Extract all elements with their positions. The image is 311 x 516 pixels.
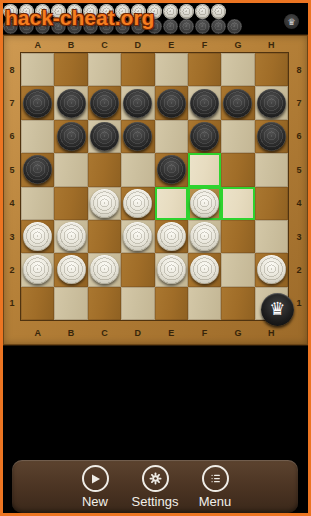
file-label: B xyxy=(54,326,87,340)
square-C3[interactable] xyxy=(88,220,121,253)
square-F8[interactable] xyxy=(188,53,221,86)
square-C6[interactable] xyxy=(88,120,121,153)
square-D7[interactable] xyxy=(121,86,154,119)
square-A8[interactable] xyxy=(21,53,54,86)
checkers-app-screen: ♛ hack-cheat.org ABCDEFGH ABCDEFGH 87654… xyxy=(0,0,311,516)
square-D8[interactable] xyxy=(121,53,154,86)
rank-label: 1 xyxy=(3,287,21,320)
file-label: A xyxy=(21,326,54,340)
square-B1[interactable] xyxy=(54,287,87,320)
square-F4[interactable] xyxy=(188,187,221,220)
rank-label: 4 xyxy=(3,187,21,220)
rank-label: 6 xyxy=(3,120,21,153)
file-label: C xyxy=(88,38,121,52)
square-A3[interactable] xyxy=(21,220,54,253)
white-man-F4[interactable] xyxy=(190,189,219,218)
square-G6[interactable] xyxy=(221,120,254,153)
file-label: F xyxy=(188,326,221,340)
white-man-D3[interactable] xyxy=(123,222,152,251)
square-D4[interactable] xyxy=(121,187,154,220)
black-man-H6[interactable] xyxy=(257,122,286,151)
file-labels-top: ABCDEFGH xyxy=(21,38,288,52)
black-man-E5[interactable] xyxy=(157,155,186,184)
file-label: E xyxy=(155,38,188,52)
square-H4[interactable] xyxy=(255,187,288,220)
black-man-C6[interactable] xyxy=(90,122,119,151)
black-man-F7[interactable] xyxy=(190,89,219,118)
square-E6[interactable] xyxy=(155,120,188,153)
rank-label: 7 xyxy=(290,86,308,119)
file-label: C xyxy=(88,326,121,340)
square-H7[interactable] xyxy=(255,86,288,119)
file-label: D xyxy=(121,326,154,340)
crown-icon: ♛ xyxy=(287,17,295,27)
white-man-F3[interactable] xyxy=(190,222,219,251)
rank-label: 5 xyxy=(3,153,21,186)
square-F5[interactable] xyxy=(188,153,221,186)
tray-piece-white xyxy=(211,4,226,19)
settings-button[interactable]: Settings xyxy=(125,460,185,513)
square-B2[interactable] xyxy=(54,253,87,286)
white-man-A2[interactable] xyxy=(23,255,52,284)
file-label: H xyxy=(255,38,288,52)
bottom-toolbar: New xyxy=(12,460,298,513)
black-king-H1[interactable]: ♛ xyxy=(261,293,294,326)
file-label: A xyxy=(21,38,54,52)
tray-piece-white xyxy=(163,4,178,19)
square-D6[interactable] xyxy=(121,120,154,153)
tray-piece-black xyxy=(211,19,226,34)
square-F7[interactable] xyxy=(188,86,221,119)
play-icon xyxy=(82,465,109,492)
square-E2[interactable] xyxy=(155,253,188,286)
menu-button-label: Menu xyxy=(199,494,232,509)
rank-label: 3 xyxy=(290,220,308,253)
tray-piece-black xyxy=(195,19,210,34)
square-B7[interactable] xyxy=(54,86,87,119)
white-man-B2[interactable] xyxy=(57,255,86,284)
square-H3[interactable] xyxy=(255,220,288,253)
file-label: G xyxy=(221,326,254,340)
white-man-F2[interactable] xyxy=(190,255,219,284)
white-man-E2[interactable] xyxy=(157,255,186,284)
square-C2[interactable] xyxy=(88,253,121,286)
square-B6[interactable] xyxy=(54,120,87,153)
white-man-C2[interactable] xyxy=(90,255,119,284)
square-D5[interactable] xyxy=(121,153,154,186)
board-grid: ♛ xyxy=(21,53,288,320)
black-man-H7[interactable] xyxy=(257,89,286,118)
white-man-E3[interactable] xyxy=(157,222,186,251)
square-C5[interactable] xyxy=(88,153,121,186)
square-H2[interactable] xyxy=(255,253,288,286)
square-G2[interactable] xyxy=(221,253,254,286)
square-G4[interactable] xyxy=(221,187,254,220)
black-man-D6[interactable] xyxy=(123,122,152,151)
square-D3[interactable] xyxy=(121,220,154,253)
black-man-E7[interactable] xyxy=(157,89,186,118)
rank-label: 2 xyxy=(3,253,21,286)
square-G7[interactable] xyxy=(221,86,254,119)
square-H5[interactable] xyxy=(255,153,288,186)
rank-label: 5 xyxy=(290,153,308,186)
square-G3[interactable] xyxy=(221,220,254,253)
rank-label: 4 xyxy=(290,187,308,220)
rank-label: 6 xyxy=(290,120,308,153)
square-A4[interactable] xyxy=(21,187,54,220)
black-man-B7[interactable] xyxy=(57,89,86,118)
square-B5[interactable] xyxy=(54,153,87,186)
square-E8[interactable] xyxy=(155,53,188,86)
square-A6[interactable] xyxy=(21,120,54,153)
rank-labels-left: 87654321 xyxy=(3,53,21,320)
square-H6[interactable] xyxy=(255,120,288,153)
square-F2[interactable] xyxy=(188,253,221,286)
tray-piece-black xyxy=(179,19,194,34)
square-A5[interactable] xyxy=(21,153,54,186)
tray-piece-black xyxy=(227,19,242,34)
square-C4[interactable] xyxy=(88,187,121,220)
black-man-D7[interactable] xyxy=(123,89,152,118)
rank-label: 7 xyxy=(3,86,21,119)
file-label: F xyxy=(188,38,221,52)
file-label: G xyxy=(221,38,254,52)
new-button-label: New xyxy=(82,494,108,509)
square-C7[interactable] xyxy=(88,86,121,119)
white-man-A3[interactable] xyxy=(23,222,52,251)
square-E7[interactable] xyxy=(155,86,188,119)
file-label: E xyxy=(155,326,188,340)
rank-label: 2 xyxy=(290,253,308,286)
square-F3[interactable] xyxy=(188,220,221,253)
square-E5[interactable] xyxy=(155,153,188,186)
file-label: D xyxy=(121,38,154,52)
black-man-A5[interactable] xyxy=(23,155,52,184)
square-F1[interactable] xyxy=(188,287,221,320)
file-label: H xyxy=(255,326,288,340)
list-icon xyxy=(202,465,229,492)
square-G8[interactable] xyxy=(221,53,254,86)
square-A2[interactable] xyxy=(21,253,54,286)
square-C8[interactable] xyxy=(88,53,121,86)
rank-label: 8 xyxy=(3,53,21,86)
tray-piece-white xyxy=(179,4,194,19)
tray-piece-white xyxy=(195,4,210,19)
square-D1[interactable] xyxy=(121,287,154,320)
black-man-A7[interactable] xyxy=(23,89,52,118)
square-E1[interactable] xyxy=(155,287,188,320)
square-G1[interactable] xyxy=(221,287,254,320)
tray-piece-black xyxy=(163,19,178,34)
square-G5[interactable] xyxy=(221,153,254,186)
white-man-C4[interactable] xyxy=(90,189,119,218)
square-A7[interactable] xyxy=(21,86,54,119)
square-E3[interactable] xyxy=(155,220,188,253)
square-A1[interactable] xyxy=(21,287,54,320)
game-board: ABCDEFGH ABCDEFGH 87654321 87654321 ♛ xyxy=(3,35,308,345)
rank-label: 3 xyxy=(3,220,21,253)
watermark-text: hack-cheat.org xyxy=(5,6,154,30)
black-man-F6[interactable] xyxy=(190,122,219,151)
square-E4[interactable] xyxy=(155,187,188,220)
square-H1[interactable]: ♛ xyxy=(255,287,288,320)
rank-labels-right: 87654321 xyxy=(290,53,308,320)
square-F6[interactable] xyxy=(188,120,221,153)
black-man-G7[interactable] xyxy=(223,89,252,118)
square-B3[interactable] xyxy=(54,220,87,253)
black-king-tray-indicator: ♛ xyxy=(284,14,299,29)
menu-button[interactable]: Menu xyxy=(185,460,245,513)
square-D2[interactable] xyxy=(121,253,154,286)
square-C1[interactable] xyxy=(88,287,121,320)
black-man-C7[interactable] xyxy=(90,89,119,118)
gear-icon xyxy=(142,465,169,492)
file-label: B xyxy=(54,38,87,52)
new-button[interactable]: New xyxy=(65,460,125,513)
rank-label: 8 xyxy=(290,53,308,86)
square-H8[interactable] xyxy=(255,53,288,86)
white-man-D4[interactable] xyxy=(123,189,152,218)
black-man-B6[interactable] xyxy=(57,122,86,151)
white-man-B3[interactable] xyxy=(57,222,86,251)
settings-button-label: Settings xyxy=(132,494,179,509)
square-B8[interactable] xyxy=(54,53,87,86)
file-labels-bottom: ABCDEFGH xyxy=(21,326,288,340)
white-man-H2[interactable] xyxy=(257,255,286,284)
square-B4[interactable] xyxy=(54,187,87,220)
